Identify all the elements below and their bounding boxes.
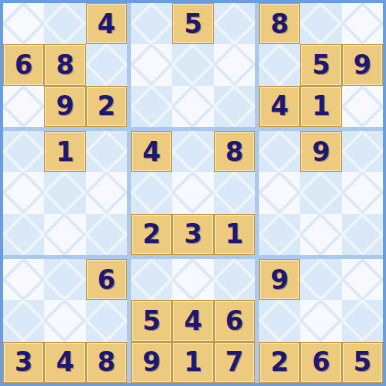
cell-value: 6: [312, 349, 330, 375]
cell-r6c7[interactable]: [259, 214, 300, 255]
cell-r9c6[interactable]: 7: [214, 342, 255, 383]
cell-value: 8: [225, 139, 243, 165]
cell-r5c4[interactable]: [131, 172, 172, 213]
cell-r7c9[interactable]: [342, 259, 383, 300]
cell-r3c5[interactable]: [172, 86, 213, 127]
cell-r8c2[interactable]: [44, 300, 85, 341]
cell-r9c1[interactable]: 3: [3, 342, 44, 383]
cell-r4c9[interactable]: [342, 131, 383, 172]
cell-r6c1[interactable]: [3, 214, 44, 255]
cell-r4c6[interactable]: 8: [214, 131, 255, 172]
cell-r6c4[interactable]: 2: [131, 214, 172, 255]
cell-value: 5: [143, 308, 161, 334]
cell-r7c7[interactable]: 9: [259, 259, 300, 300]
cell-r6c9[interactable]: [342, 214, 383, 255]
cell-r4c4[interactable]: 4: [131, 131, 172, 172]
cell-r3c9[interactable]: [342, 86, 383, 127]
cell-value: 8: [271, 11, 289, 37]
cell-r8c1[interactable]: [3, 300, 44, 341]
cell-r3c6[interactable]: [214, 86, 255, 127]
cell-r4c3[interactable]: [86, 131, 127, 172]
cell-r8c5[interactable]: 4: [172, 300, 213, 341]
cell-value: 8: [56, 52, 74, 78]
cell-r8c6[interactable]: 6: [214, 300, 255, 341]
cell-r4c2[interactable]: 1: [44, 131, 85, 172]
cell-r1c9[interactable]: [342, 3, 383, 44]
cell-value: 1: [312, 93, 330, 119]
cell-r9c3[interactable]: 8: [86, 342, 127, 383]
cell-r2c4[interactable]: [131, 44, 172, 85]
cell-r5c6[interactable]: [214, 172, 255, 213]
cell-r1c4[interactable]: [131, 3, 172, 44]
cell-r1c6[interactable]: [214, 3, 255, 44]
cell-value: 9: [143, 349, 161, 375]
cell-value: 2: [97, 93, 115, 119]
cell-value: 7: [225, 349, 243, 375]
cell-r4c8[interactable]: 9: [300, 131, 341, 172]
cell-r9c7[interactable]: 2: [259, 342, 300, 383]
cell-value: 3: [184, 221, 202, 247]
cell-r6c3[interactable]: [86, 214, 127, 255]
cell-value: 4: [97, 11, 115, 37]
cell-r6c2[interactable]: [44, 214, 85, 255]
cell-r1c3[interactable]: 4: [86, 3, 127, 44]
cell-r1c2[interactable]: [44, 3, 85, 44]
cell-value: 1: [225, 221, 243, 247]
cell-r7c4[interactable]: [131, 259, 172, 300]
cell-r5c5[interactable]: [172, 172, 213, 213]
cell-r7c3[interactable]: 6: [86, 259, 127, 300]
cell-r9c2[interactable]: 4: [44, 342, 85, 383]
cell-r2c9[interactable]: 9: [342, 44, 383, 85]
cell-r8c3[interactable]: [86, 300, 127, 341]
cell-value: 3: [15, 349, 33, 375]
cell-value: 2: [271, 349, 289, 375]
cell-r6c6[interactable]: 1: [214, 214, 255, 255]
cell-r5c3[interactable]: [86, 172, 127, 213]
cell-r1c1[interactable]: [3, 3, 44, 44]
cell-r2c7[interactable]: [259, 44, 300, 85]
cell-value: 6: [225, 308, 243, 334]
cell-value: 1: [184, 349, 202, 375]
cell-r7c2[interactable]: [44, 259, 85, 300]
cell-value: 9: [56, 93, 74, 119]
cell-value: 5: [353, 349, 371, 375]
sudoku-board: 45868599241148923169546348917265: [0, 0, 386, 386]
cell-value: 5: [312, 52, 330, 78]
cell-value: 5: [184, 11, 202, 37]
cell-r8c8[interactable]: [300, 300, 341, 341]
cell-value: 6: [97, 267, 115, 293]
cell-r9c4[interactable]: 9: [131, 342, 172, 383]
cell-r3c2[interactable]: 9: [44, 86, 85, 127]
cell-r1c7[interactable]: 8: [259, 3, 300, 44]
cell-r1c8[interactable]: [300, 3, 341, 44]
cell-r6c8[interactable]: [300, 214, 341, 255]
cell-value: 9: [312, 139, 330, 165]
cell-r5c2[interactable]: [44, 172, 85, 213]
cell-r9c8[interactable]: 6: [300, 342, 341, 383]
cell-value: 6: [15, 52, 33, 78]
cell-value: 9: [271, 267, 289, 293]
cell-r8c4[interactable]: 5: [131, 300, 172, 341]
cell-r5c1[interactable]: [3, 172, 44, 213]
cell-value: 4: [143, 139, 161, 165]
cell-value: 4: [56, 349, 74, 375]
cell-r3c7[interactable]: 4: [259, 86, 300, 127]
cell-r7c8[interactable]: [300, 259, 341, 300]
cell-value: 2: [143, 221, 161, 247]
cell-r7c5[interactable]: [172, 259, 213, 300]
cell-r2c2[interactable]: 8: [44, 44, 85, 85]
cell-r2c1[interactable]: 6: [3, 44, 44, 85]
cell-r3c3[interactable]: 2: [86, 86, 127, 127]
cell-r3c4[interactable]: [131, 86, 172, 127]
cell-r8c9[interactable]: [342, 300, 383, 341]
cell-r8c7[interactable]: [259, 300, 300, 341]
cell-r3c1[interactable]: [3, 86, 44, 127]
cell-r4c1[interactable]: [3, 131, 44, 172]
cell-r2c6[interactable]: [214, 44, 255, 85]
cell-r2c5[interactable]: [172, 44, 213, 85]
cell-r5c7[interactable]: [259, 172, 300, 213]
cell-r4c7[interactable]: [259, 131, 300, 172]
cell-r7c1[interactable]: [3, 259, 44, 300]
cell-r2c8[interactable]: 5: [300, 44, 341, 85]
cell-r9c9[interactable]: 5: [342, 342, 383, 383]
cell-value: 4: [184, 308, 202, 334]
cell-r6c5[interactable]: 3: [172, 214, 213, 255]
cell-value: 4: [271, 93, 289, 119]
cell-r3c8[interactable]: 1: [300, 86, 341, 127]
cell-r1c5[interactable]: 5: [172, 3, 213, 44]
cell-value: 1: [56, 139, 74, 165]
cell-value: 9: [353, 52, 371, 78]
cell-r2c3[interactable]: [86, 44, 127, 85]
cell-r5c8[interactable]: [300, 172, 341, 213]
cell-r5c9[interactable]: [342, 172, 383, 213]
cell-r7c6[interactable]: [214, 259, 255, 300]
cell-r9c5[interactable]: 1: [172, 342, 213, 383]
cell-r4c5[interactable]: [172, 131, 213, 172]
cell-value: 8: [97, 349, 115, 375]
